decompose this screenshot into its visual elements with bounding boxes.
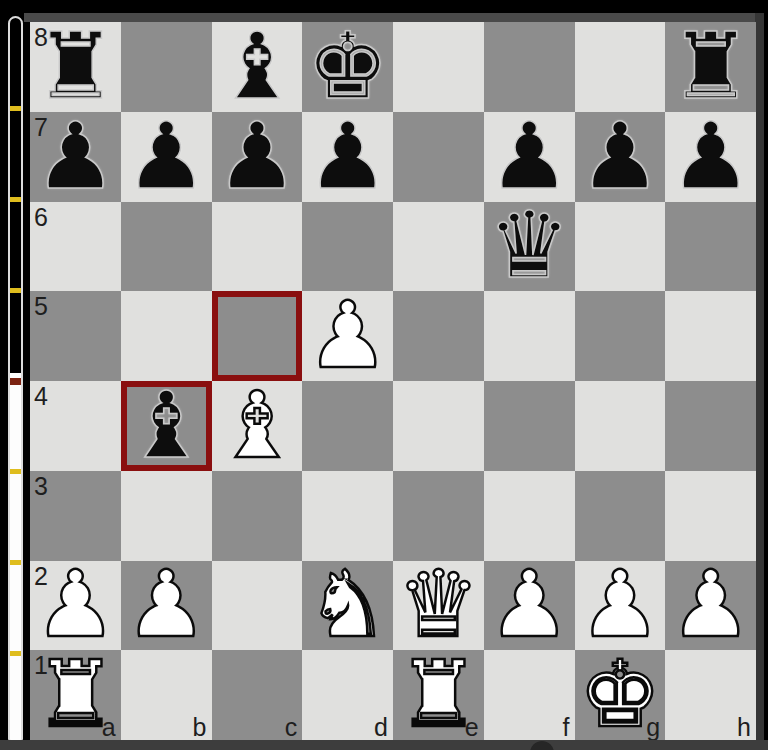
square-d6[interactable]: [302, 202, 393, 292]
piece-white-pawn-h2[interactable]: ♟: [665, 561, 756, 651]
square-h8[interactable]: ♜: [665, 22, 756, 112]
square-c8[interactable]: ♝: [212, 22, 303, 112]
file-label-c: c: [285, 713, 298, 742]
square-f1[interactable]: f: [484, 650, 575, 740]
square-b7[interactable]: ♟: [121, 112, 212, 202]
rank-label-3: 3: [34, 471, 48, 501]
square-b6[interactable]: [121, 202, 212, 292]
piece-white-knight-d2[interactable]: ♞: [302, 561, 393, 651]
piece-black-queen-f6[interactable]: ♛: [484, 202, 575, 292]
square-b1[interactable]: b: [121, 650, 212, 740]
piece-white-bishop-c4[interactable]: ♝: [212, 381, 303, 471]
square-c2[interactable]: [212, 561, 303, 651]
evaluation-bar-black-fill: [10, 18, 21, 373]
eval-tick: [10, 469, 21, 474]
square-c4[interactable]: ♝: [212, 381, 303, 471]
square-d8[interactable]: ♚: [302, 22, 393, 112]
square-f5[interactable]: [484, 291, 575, 381]
square-g5[interactable]: [575, 291, 666, 381]
square-a3[interactable]: 3: [30, 471, 121, 561]
square-d7[interactable]: ♟: [302, 112, 393, 202]
square-a6[interactable]: 6: [30, 202, 121, 292]
file-label-d: d: [374, 713, 388, 742]
piece-black-king-d8[interactable]: ♚: [302, 22, 393, 112]
piece-black-pawn-h7[interactable]: ♟: [665, 112, 756, 202]
piece-white-pawn-a2[interactable]: ♟: [30, 561, 121, 651]
square-g4[interactable]: [575, 381, 666, 471]
square-f2[interactable]: ♟: [484, 561, 575, 651]
square-b4[interactable]: ♝: [121, 381, 212, 471]
square-f6[interactable]: ♛: [484, 202, 575, 292]
piece-black-pawn-d7[interactable]: ♟: [302, 112, 393, 202]
bottom-toolbar-edge: [0, 740, 768, 750]
square-f3[interactable]: [484, 471, 575, 561]
square-g1[interactable]: g♚: [575, 650, 666, 740]
piece-black-bishop-c8[interactable]: ♝: [212, 22, 303, 112]
square-h5[interactable]: [665, 291, 756, 381]
eval-tick: [10, 106, 21, 111]
square-c6[interactable]: [212, 202, 303, 292]
square-e3[interactable]: [393, 471, 484, 561]
piece-black-pawn-g7[interactable]: ♟: [575, 112, 666, 202]
piece-white-queen-e2[interactable]: ♛: [393, 561, 484, 651]
rank-label-4: 4: [34, 381, 48, 411]
piece-black-pawn-a7[interactable]: ♟: [30, 112, 121, 202]
square-f7[interactable]: ♟: [484, 112, 575, 202]
square-e5[interactable]: [393, 291, 484, 381]
eval-center-tick: [10, 378, 21, 385]
square-a4[interactable]: 4: [30, 381, 121, 471]
square-h6[interactable]: [665, 202, 756, 292]
square-e4[interactable]: [393, 381, 484, 471]
square-b3[interactable]: [121, 471, 212, 561]
piece-black-rook-h8[interactable]: ♜: [665, 22, 756, 112]
eval-tick: [10, 197, 21, 202]
board-top-bevel: [24, 13, 756, 22]
square-h7[interactable]: ♟: [665, 112, 756, 202]
square-e6[interactable]: [393, 202, 484, 292]
square-a1[interactable]: 1a♜: [30, 650, 121, 740]
eval-tick: [10, 560, 21, 565]
square-d4[interactable]: [302, 381, 393, 471]
evaluation-bar: [8, 16, 23, 746]
piece-black-rook-a8[interactable]: ♜: [30, 22, 121, 112]
square-c1[interactable]: c: [212, 650, 303, 740]
square-c5[interactable]: [212, 291, 303, 381]
piece-black-pawn-b7[interactable]: ♟: [121, 112, 212, 202]
square-g3[interactable]: [575, 471, 666, 561]
board-right-bevel: [755, 13, 764, 742]
square-d2[interactable]: ♞: [302, 561, 393, 651]
square-d3[interactable]: [302, 471, 393, 561]
square-g8[interactable]: [575, 22, 666, 112]
file-label-b: b: [193, 713, 207, 742]
square-a8[interactable]: 8♜: [30, 22, 121, 112]
square-f4[interactable]: [484, 381, 575, 471]
file-label-f: f: [563, 713, 570, 742]
square-a5[interactable]: 5: [30, 291, 121, 381]
square-g6[interactable]: [575, 202, 666, 292]
file-label-h: h: [737, 713, 751, 742]
piece-white-king-g1[interactable]: ♚: [575, 650, 666, 740]
square-h1[interactable]: h: [665, 650, 756, 740]
square-e2[interactable]: ♛: [393, 561, 484, 651]
square-e8[interactable]: [393, 22, 484, 112]
piece-black-bishop-b4[interactable]: ♝: [127, 387, 206, 465]
square-h3[interactable]: [665, 471, 756, 561]
rank-label-6: 6: [34, 202, 48, 232]
square-a2[interactable]: 2♟: [30, 561, 121, 651]
square-b5[interactable]: [121, 291, 212, 381]
piece-black-pawn-f7[interactable]: ♟: [484, 112, 575, 202]
square-h2[interactable]: ♟: [665, 561, 756, 651]
piece-white-rook-e1[interactable]: ♜: [393, 650, 484, 740]
chess-board[interactable]: 8♜♝♚♜7♟♟♟♟♟♟♟6♛5♟4♝♝32♟♟♞♛♟♟♟1a♜bcde♜fg♚…: [30, 22, 756, 740]
eval-tick: [10, 651, 21, 656]
square-d5[interactable]: ♟: [302, 291, 393, 381]
square-b8[interactable]: [121, 22, 212, 112]
square-h4[interactable]: [665, 381, 756, 471]
square-e1[interactable]: e♜: [393, 650, 484, 740]
square-f8[interactable]: [484, 22, 575, 112]
eval-tick: [10, 288, 21, 293]
piece-black-pawn-c7[interactable]: ♟: [212, 112, 303, 202]
square-g7[interactable]: ♟: [575, 112, 666, 202]
square-d1[interactable]: d: [302, 650, 393, 740]
square-e7[interactable]: [393, 112, 484, 202]
square-g2[interactable]: ♟: [575, 561, 666, 651]
piece-white-pawn-g2[interactable]: ♟: [575, 561, 666, 651]
piece-white-pawn-f2[interactable]: ♟: [484, 561, 575, 651]
square-a7[interactable]: 7♟: [30, 112, 121, 202]
square-c3[interactable]: [212, 471, 303, 561]
rank-label-5: 5: [34, 291, 48, 321]
square-c7[interactable]: ♟: [212, 112, 303, 202]
piece-white-rook-a1[interactable]: ♜: [30, 650, 121, 740]
piece-white-pawn-b2[interactable]: ♟: [121, 561, 212, 651]
piece-white-pawn-d5[interactable]: ♟: [302, 291, 393, 381]
square-b2[interactable]: ♟: [121, 561, 212, 651]
